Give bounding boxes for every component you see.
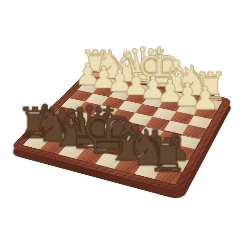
- square-f4: [146, 117, 171, 131]
- product-photo: ♜♞♝♛♚♝♞♜♟♟♟♟♟♟♟♟♟♟♟♟♟♟♟♟♜♞♝♛♚♝♞♜: [0, 0, 250, 250]
- chess-board-grid: ♜♞♝♛♚♝♞♜♟♟♟♟♟♟♟♟♟♟♟♟♟♟♟♟♜♞♝♛♚♝♞♜: [21, 74, 223, 185]
- piece-white-rook: ♜: [66, 46, 123, 82]
- chess-board: ♜♞♝♛♚♝♞♜♟♟♟♟♟♟♟♟♟♟♟♟♟♟♟♟♜♞♝♛♚♝♞♜: [9, 70, 232, 193]
- photo-scene: ♜♞♝♛♚♝♞♜♟♟♟♟♟♟♟♟♟♟♟♟♟♟♟♟♜♞♝♛♚♝♞♜: [0, 0, 250, 250]
- board-frame: ♜♞♝♛♚♝♞♜♟♟♟♟♟♟♟♟♟♟♟♟♟♟♟♟♜♞♝♛♚♝♞♜: [9, 70, 232, 193]
